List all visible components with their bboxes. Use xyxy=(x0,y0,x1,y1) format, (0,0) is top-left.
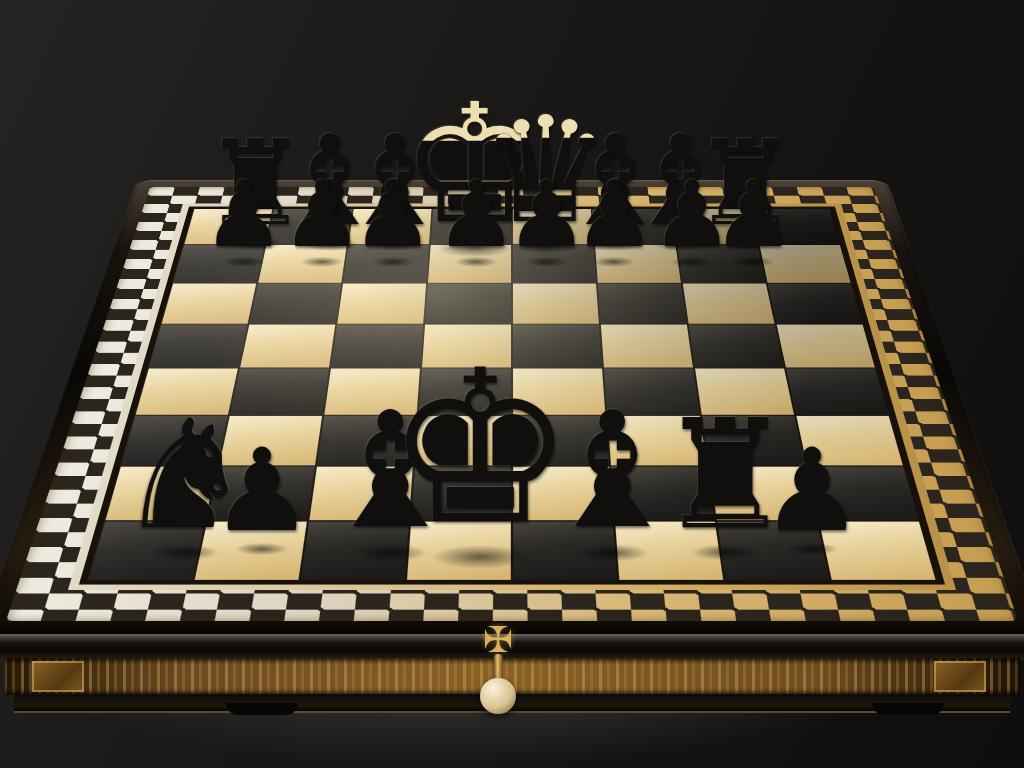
ivory-knob-ball[interactable] xyxy=(480,678,516,714)
square-a5[interactable] xyxy=(148,324,248,368)
square-f5[interactable] xyxy=(600,324,694,368)
pawn-glyph: ♟ xyxy=(573,169,655,261)
square-b6[interactable] xyxy=(248,283,342,324)
square-h4[interactable] xyxy=(785,368,890,415)
square-h6[interactable] xyxy=(767,283,864,324)
drawer-knob[interactable]: ✠ xyxy=(462,622,534,732)
pawn-glyph: ♟ xyxy=(203,169,285,261)
square-d6[interactable] xyxy=(424,283,512,324)
square-g5[interactable] xyxy=(688,324,785,368)
pawn-glyph: ♟ xyxy=(211,434,314,548)
case-foot-notch-right xyxy=(872,703,944,715)
piece-black-pawn-g1[interactable]: ♟ xyxy=(761,434,864,548)
square-f6[interactable] xyxy=(597,283,688,324)
frieze-rosette-left xyxy=(32,661,84,692)
knob-cross-mount-icon: ✠ xyxy=(483,622,513,658)
pawn-glyph: ♟ xyxy=(352,169,434,261)
square-e6[interactable] xyxy=(512,283,600,324)
pawn-glyph: ♟ xyxy=(712,169,794,261)
piece-black-pawn-f7[interactable]: ♟ xyxy=(573,169,655,261)
pawn-glyph: ♟ xyxy=(761,434,864,548)
scene: ✠ ♜♝♝♚♚♛♛♝♝♜♟♟♟♟♟♟♟♟♞♟♝♚♝♜♟ xyxy=(0,0,1024,768)
piece-black-pawn-c7[interactable]: ♟ xyxy=(352,169,434,261)
frieze-rosette-right xyxy=(934,661,986,692)
case-foot-notch-left xyxy=(226,703,298,715)
square-c6[interactable] xyxy=(336,283,427,324)
piece-black-pawn-b1[interactable]: ♟ xyxy=(211,434,314,548)
square-b5[interactable] xyxy=(239,324,336,368)
square-h5[interactable] xyxy=(776,324,876,368)
piece-black-pawn-a7[interactable]: ♟ xyxy=(203,169,285,261)
square-a6[interactable] xyxy=(161,283,258,324)
square-g6[interactable] xyxy=(682,283,776,324)
piece-black-pawn-h7[interactable]: ♟ xyxy=(712,169,794,261)
